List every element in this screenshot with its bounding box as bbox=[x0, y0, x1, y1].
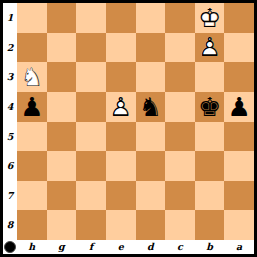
square-b2[interactable]: ♟♙ bbox=[195, 33, 225, 63]
piece-black-knight[interactable]: ♞ bbox=[136, 92, 166, 122]
square-f1[interactable] bbox=[76, 3, 106, 33]
square-h7[interactable] bbox=[17, 181, 47, 211]
square-b1[interactable]: ♚♔ bbox=[195, 3, 225, 33]
piece-glyph-outline: ♔ bbox=[195, 3, 225, 33]
square-a2[interactable] bbox=[224, 33, 254, 63]
file-label-g: g bbox=[47, 240, 77, 254]
square-h1[interactable] bbox=[17, 3, 47, 33]
square-d8[interactable] bbox=[136, 210, 166, 240]
square-b7[interactable] bbox=[195, 181, 225, 211]
file-label-a: a bbox=[224, 240, 254, 254]
file-label-c: c bbox=[165, 240, 195, 254]
piece-black-pawn[interactable]: ♟ bbox=[17, 92, 47, 122]
piece-glyph: ♟ bbox=[224, 92, 254, 122]
square-a7[interactable] bbox=[224, 181, 254, 211]
rank-label-7: 7 bbox=[3, 181, 17, 211]
square-a3[interactable] bbox=[224, 62, 254, 92]
square-f5[interactable] bbox=[76, 122, 106, 152]
board-frame: 1♚♔2♟♙3♞♘4♟♟♙♞♚♟5678hgfedcba bbox=[0, 0, 257, 257]
square-g8[interactable] bbox=[47, 210, 77, 240]
square-b4[interactable]: ♚ bbox=[195, 92, 225, 122]
square-e8[interactable] bbox=[106, 210, 136, 240]
file-label-h: h bbox=[17, 240, 47, 254]
square-g4[interactable] bbox=[47, 92, 77, 122]
piece-white-pawn[interactable]: ♟♙ bbox=[195, 33, 225, 63]
rank-label-2: 2 bbox=[3, 33, 17, 63]
square-b8[interactable] bbox=[195, 210, 225, 240]
square-d1[interactable] bbox=[136, 3, 166, 33]
square-f8[interactable] bbox=[76, 210, 106, 240]
square-f3[interactable] bbox=[76, 62, 106, 92]
square-e2[interactable] bbox=[106, 33, 136, 63]
square-g1[interactable] bbox=[47, 3, 77, 33]
square-a1[interactable] bbox=[224, 3, 254, 33]
piece-black-pawn[interactable]: ♟ bbox=[224, 92, 254, 122]
square-c2[interactable] bbox=[165, 33, 195, 63]
square-h3[interactable]: ♞♘ bbox=[17, 62, 47, 92]
square-h2[interactable] bbox=[17, 33, 47, 63]
square-h5[interactable] bbox=[17, 122, 47, 152]
piece-white-king[interactable]: ♚♔ bbox=[195, 3, 225, 33]
square-c6[interactable] bbox=[165, 151, 195, 181]
square-f2[interactable] bbox=[76, 33, 106, 63]
square-b3[interactable] bbox=[195, 62, 225, 92]
piece-glyph: ♞ bbox=[136, 92, 166, 122]
square-g3[interactable] bbox=[47, 62, 77, 92]
square-d2[interactable] bbox=[136, 33, 166, 63]
file-label-d: d bbox=[136, 240, 166, 254]
file-label-f: f bbox=[76, 240, 106, 254]
rank-label-3: 3 bbox=[3, 62, 17, 92]
piece-white-knight[interactable]: ♞♘ bbox=[17, 62, 47, 92]
square-e3[interactable] bbox=[106, 62, 136, 92]
square-c1[interactable] bbox=[165, 3, 195, 33]
square-c5[interactable] bbox=[165, 122, 195, 152]
square-d5[interactable] bbox=[136, 122, 166, 152]
rank-label-5: 5 bbox=[3, 122, 17, 152]
piece-white-pawn[interactable]: ♟♙ bbox=[106, 92, 136, 122]
rank-label-4: 4 bbox=[3, 92, 17, 122]
square-e7[interactable] bbox=[106, 181, 136, 211]
rank-label-8: 8 bbox=[3, 210, 17, 240]
square-h8[interactable] bbox=[17, 210, 47, 240]
square-c4[interactable] bbox=[165, 92, 195, 122]
square-g5[interactable] bbox=[47, 122, 77, 152]
square-a8[interactable] bbox=[224, 210, 254, 240]
square-b6[interactable] bbox=[195, 151, 225, 181]
square-c7[interactable] bbox=[165, 181, 195, 211]
square-c3[interactable] bbox=[165, 62, 195, 92]
piece-glyph: ♟ bbox=[17, 92, 47, 122]
square-g7[interactable] bbox=[47, 181, 77, 211]
square-d4[interactable]: ♞ bbox=[136, 92, 166, 122]
file-label-b: b bbox=[195, 240, 225, 254]
square-d6[interactable] bbox=[136, 151, 166, 181]
file-label-e: e bbox=[106, 240, 136, 254]
square-e1[interactable] bbox=[106, 3, 136, 33]
rank-label-6: 6 bbox=[3, 151, 17, 181]
piece-black-king[interactable]: ♚ bbox=[195, 92, 225, 122]
square-b5[interactable] bbox=[195, 122, 225, 152]
piece-glyph: ♚ bbox=[195, 92, 225, 122]
square-e4[interactable]: ♟♙ bbox=[106, 92, 136, 122]
square-f7[interactable] bbox=[76, 181, 106, 211]
square-a6[interactable] bbox=[224, 151, 254, 181]
square-f4[interactable] bbox=[76, 92, 106, 122]
piece-glyph-outline: ♙ bbox=[106, 92, 136, 122]
square-a4[interactable]: ♟ bbox=[224, 92, 254, 122]
square-e5[interactable] bbox=[106, 122, 136, 152]
square-h6[interactable] bbox=[17, 151, 47, 181]
black-to-move-indicator bbox=[4, 241, 16, 253]
turn-indicator-cell bbox=[3, 240, 17, 254]
square-h4[interactable]: ♟ bbox=[17, 92, 47, 122]
square-d7[interactable] bbox=[136, 181, 166, 211]
square-g2[interactable] bbox=[47, 33, 77, 63]
chess-board: 1♚♔2♟♙3♞♘4♟♟♙♞♚♟5678hgfedcba bbox=[3, 3, 254, 254]
piece-glyph-outline: ♘ bbox=[17, 62, 47, 92]
square-e6[interactable] bbox=[106, 151, 136, 181]
square-a5[interactable] bbox=[224, 122, 254, 152]
square-g6[interactable] bbox=[47, 151, 77, 181]
square-f6[interactable] bbox=[76, 151, 106, 181]
square-d3[interactable] bbox=[136, 62, 166, 92]
rank-label-1: 1 bbox=[3, 3, 17, 33]
square-c8[interactable] bbox=[165, 210, 195, 240]
piece-glyph-outline: ♙ bbox=[195, 33, 225, 63]
